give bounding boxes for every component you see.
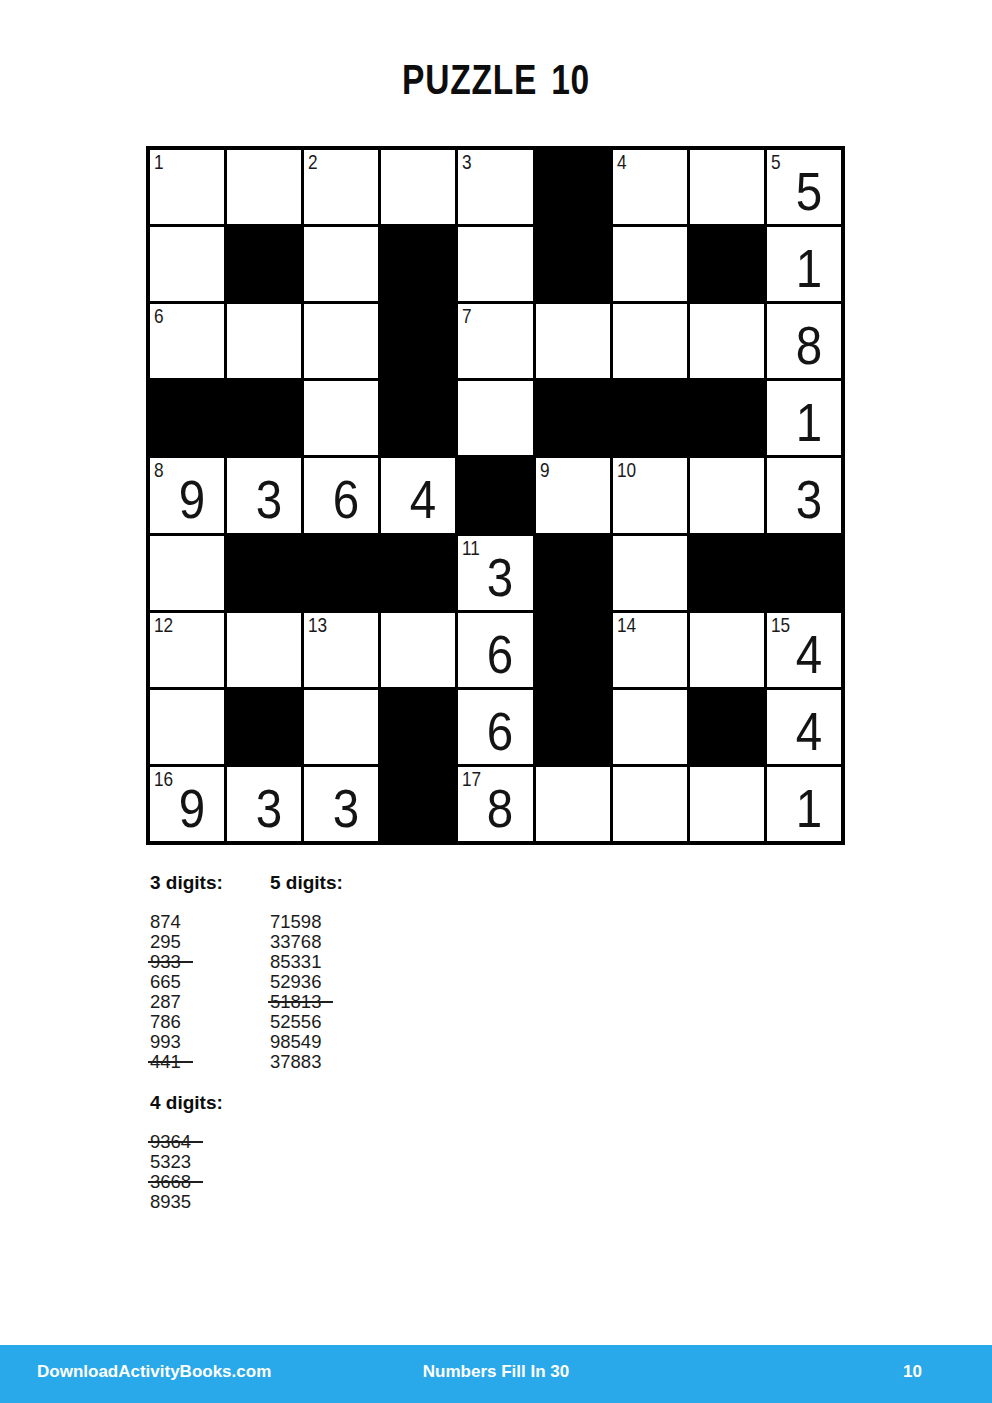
grid-cell[interactable]: 113: [458, 536, 532, 610]
footer-bar: DownloadActivityBooks.com Numbers Fill I…: [0, 1345, 992, 1403]
grid-cell[interactable]: [227, 304, 301, 378]
black-cell: [613, 381, 687, 455]
grid-cell[interactable]: 178: [458, 767, 532, 841]
word-list-item: 37883: [270, 1052, 321, 1072]
grid-cell[interactable]: 3: [304, 767, 378, 841]
grid-cell[interactable]: 10: [613, 458, 687, 532]
grid-cell[interactable]: [304, 227, 378, 301]
grid-cell[interactable]: 1: [767, 767, 841, 841]
word-list-item: 3668: [150, 1172, 191, 1192]
grid-cell[interactable]: 7: [458, 304, 532, 378]
cell-value: 3: [237, 771, 302, 845]
word-list-5-digits: 7159833768853315293651813525569854937883: [270, 912, 400, 1072]
list-header-3-digits: 3 digits:: [150, 872, 260, 894]
grid-cell[interactable]: [227, 150, 301, 224]
black-cell: [536, 150, 610, 224]
word-list-item: 52556: [270, 1012, 321, 1032]
list-header-5-digits: 5 digits:: [270, 872, 400, 894]
grid-cell[interactable]: 3: [767, 458, 841, 532]
black-cell: [458, 458, 532, 532]
word-list-item: 874: [150, 912, 181, 932]
word-list-item: 786: [150, 1012, 181, 1032]
grid-cell[interactable]: 1: [767, 381, 841, 455]
grid-cell[interactable]: [613, 304, 687, 378]
grid-cell[interactable]: [227, 613, 301, 687]
cell-value: 1: [776, 385, 841, 459]
black-cell: [381, 536, 455, 610]
grid-cell[interactable]: [690, 458, 764, 532]
grid-cell[interactable]: [304, 381, 378, 455]
grid-cell[interactable]: 169: [150, 767, 224, 841]
grid-cell[interactable]: [150, 690, 224, 764]
black-cell: [536, 381, 610, 455]
clue-number: 9: [540, 459, 550, 481]
cell-value: 4: [776, 694, 841, 768]
puzzle-grid: 1234551678189364910311312136141546416933…: [146, 146, 845, 845]
grid-cell[interactable]: [613, 536, 687, 610]
cell-value: 8: [776, 308, 841, 382]
clue-number: 14: [617, 614, 636, 636]
grid-cell[interactable]: [304, 690, 378, 764]
grid-cell[interactable]: 6: [458, 690, 532, 764]
footer-book-title: Numbers Fill In 30: [0, 1362, 992, 1382]
black-cell: [536, 227, 610, 301]
black-cell: [690, 227, 764, 301]
grid-cell[interactable]: 3: [458, 150, 532, 224]
grid-cell[interactable]: [690, 304, 764, 378]
grid-cell[interactable]: [458, 227, 532, 301]
cell-value: 3: [468, 540, 533, 614]
word-list-item: 98549: [270, 1032, 321, 1052]
cell-value: 9: [159, 462, 224, 536]
cell-value: 6: [468, 617, 533, 691]
cell-value: 9: [159, 771, 224, 845]
grid-cell[interactable]: 1: [767, 227, 841, 301]
cell-value: 4: [391, 462, 456, 536]
word-list-column-right: 5 digits: 715983376885331529365181352556…: [270, 872, 400, 1072]
cell-value: 1: [776, 771, 841, 845]
black-cell: [381, 690, 455, 764]
grid-cell[interactable]: [381, 150, 455, 224]
grid-cell[interactable]: [613, 767, 687, 841]
cell-value: 3: [314, 771, 379, 845]
clue-number: 12: [154, 614, 173, 636]
page-title: PUZZLE 10: [109, 54, 883, 104]
black-cell: [227, 690, 301, 764]
black-cell: [227, 381, 301, 455]
black-cell: [690, 690, 764, 764]
word-list-item: 295: [150, 932, 181, 952]
grid-cell[interactable]: 6: [150, 304, 224, 378]
black-cell: [381, 227, 455, 301]
word-list-item: 441: [150, 1052, 181, 1072]
cell-value: 4: [776, 617, 841, 691]
word-list-item: 52936: [270, 972, 321, 992]
grid-cell[interactable]: 154: [767, 613, 841, 687]
grid-cell[interactable]: [613, 690, 687, 764]
grid-cell[interactable]: [150, 227, 224, 301]
black-cell: [304, 536, 378, 610]
page-title-word: PUZZLE: [402, 55, 537, 104]
cell-value: 5: [776, 154, 841, 228]
word-list-column-left: 3 digits: 874295933665287786993441 4 dig…: [150, 872, 260, 1212]
black-cell: [381, 381, 455, 455]
word-list-item: 933: [150, 952, 181, 972]
grid-cell[interactable]: 89: [150, 458, 224, 532]
grid-cell[interactable]: 9: [536, 458, 610, 532]
cell-value: 6: [468, 694, 533, 768]
grid-cell[interactable]: 4: [381, 458, 455, 532]
grid-cell[interactable]: [536, 304, 610, 378]
grid-cell[interactable]: 13: [304, 613, 378, 687]
list-header-4-digits: 4 digits:: [150, 1092, 260, 1114]
grid-cell[interactable]: 4: [613, 150, 687, 224]
grid-cell[interactable]: 6: [304, 458, 378, 532]
clue-number: 7: [462, 305, 472, 327]
black-cell: [381, 304, 455, 378]
grid-cell[interactable]: 6: [458, 613, 532, 687]
black-cell: [227, 227, 301, 301]
cell-value: 3: [776, 462, 841, 536]
grid-cell[interactable]: [690, 150, 764, 224]
word-list-item: 5323: [150, 1152, 191, 1172]
grid-cell[interactable]: [381, 613, 455, 687]
grid-cell[interactable]: [613, 227, 687, 301]
grid-cell[interactable]: [458, 381, 532, 455]
word-list-4-digits: 9364532336688935: [150, 1132, 260, 1212]
page-title-number: 10: [551, 55, 590, 104]
grid-cell[interactable]: 8: [767, 304, 841, 378]
word-list-item: 993: [150, 1032, 181, 1052]
cell-value: 8: [468, 771, 533, 845]
grid-cell[interactable]: [690, 613, 764, 687]
grid-cell[interactable]: [304, 304, 378, 378]
word-list-item: 71598: [270, 912, 321, 932]
clue-number: 2: [308, 151, 318, 173]
word-list-item: 665: [150, 972, 181, 992]
cell-value: 6: [314, 462, 379, 536]
clue-number: 4: [617, 151, 627, 173]
black-cell: [536, 690, 610, 764]
clue-number: 10: [617, 459, 636, 481]
word-list-item: 51813: [270, 992, 321, 1012]
grid-cell[interactable]: 12: [150, 613, 224, 687]
footer-page-number: 10: [903, 1362, 922, 1382]
grid-cell[interactable]: [536, 767, 610, 841]
grid-cell[interactable]: 3: [227, 458, 301, 532]
word-list-item: 85331: [270, 952, 321, 972]
black-cell: [690, 536, 764, 610]
clue-number: 3: [462, 151, 472, 173]
grid-cell[interactable]: 2: [304, 150, 378, 224]
black-cell: [536, 613, 610, 687]
grid-cell[interactable]: 4: [767, 690, 841, 764]
cell-value: 1: [776, 231, 841, 305]
word-list-item: 8935: [150, 1192, 191, 1212]
word-list-item: 33768: [270, 932, 321, 952]
word-list-item: 9364: [150, 1132, 191, 1152]
clue-number: 13: [308, 614, 327, 636]
black-cell: [767, 536, 841, 610]
black-cell: [150, 381, 224, 455]
black-cell: [536, 536, 610, 610]
black-cell: [227, 536, 301, 610]
grid-cell[interactable]: 55: [767, 150, 841, 224]
grid-cell[interactable]: [150, 536, 224, 610]
black-cell: [381, 767, 455, 841]
word-list-item: 287: [150, 992, 181, 1012]
grid-cell[interactable]: 1: [150, 150, 224, 224]
grid-cell[interactable]: [690, 767, 764, 841]
word-list-3-digits: 874295933665287786993441: [150, 912, 260, 1072]
black-cell: [690, 381, 764, 455]
grid-cell[interactable]: 3: [227, 767, 301, 841]
clue-number: 6: [154, 305, 164, 327]
cell-value: 3: [237, 462, 302, 536]
grid-cell[interactable]: 14: [613, 613, 687, 687]
clue-number: 1: [154, 151, 164, 173]
